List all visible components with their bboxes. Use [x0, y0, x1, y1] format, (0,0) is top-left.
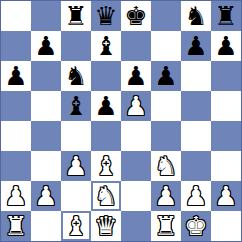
white-bishop-icon[interactable]: ♝ [64, 211, 87, 241]
square-h8[interactable]: ♜ [211, 1, 241, 31]
square-c7[interactable] [61, 31, 91, 61]
black-rook-icon[interactable]: ♜ [214, 1, 237, 31]
white-pawn-icon[interactable]: ♟ [214, 181, 237, 211]
black-bishop-icon[interactable]: ♝ [94, 31, 117, 61]
black-king-icon[interactable]: ♚ [124, 1, 147, 31]
square-a2[interactable]: ♟ [1, 181, 31, 211]
square-c1[interactable]: ♝ [61, 211, 91, 241]
square-d3[interactable]: ♝ [91, 151, 121, 181]
square-e2[interactable] [121, 181, 151, 211]
square-a8[interactable] [1, 1, 31, 31]
square-g5[interactable] [181, 91, 211, 121]
square-h4[interactable] [211, 121, 241, 151]
square-e3[interactable] [121, 151, 151, 181]
square-f6[interactable]: ♟ [151, 61, 181, 91]
black-queen-icon[interactable]: ♛ [94, 1, 117, 31]
square-d7[interactable]: ♝ [91, 31, 121, 61]
square-c4[interactable] [61, 121, 91, 151]
black-pawn-icon[interactable]: ♟ [94, 91, 117, 121]
square-a4[interactable] [1, 121, 31, 151]
square-d2[interactable]: ♞ [91, 181, 121, 211]
white-bishop-icon[interactable]: ♝ [94, 151, 117, 181]
square-g4[interactable] [181, 121, 211, 151]
white-knight-icon[interactable]: ♞ [154, 151, 177, 181]
square-h7[interactable]: ♟ [211, 31, 241, 61]
square-h6[interactable] [211, 61, 241, 91]
white-pawn-icon[interactable]: ♟ [64, 151, 87, 181]
square-a7[interactable] [1, 31, 31, 61]
square-b5[interactable] [31, 91, 61, 121]
black-pawn-icon[interactable]: ♟ [4, 61, 27, 91]
square-c5[interactable]: ♝ [61, 91, 91, 121]
square-g8[interactable]: ♞ [181, 1, 211, 31]
square-c8[interactable]: ♜ [61, 1, 91, 31]
square-h5[interactable] [211, 91, 241, 121]
square-c2[interactable] [61, 181, 91, 211]
square-f5[interactable] [151, 91, 181, 121]
white-rook-icon[interactable]: ♜ [154, 211, 177, 241]
square-f1[interactable]: ♜ [151, 211, 181, 241]
square-f3[interactable]: ♞ [151, 151, 181, 181]
square-g7[interactable]: ♟ [181, 31, 211, 61]
black-knight-icon[interactable]: ♞ [64, 61, 87, 91]
black-pawn-icon[interactable]: ♟ [184, 31, 207, 61]
black-pawn-icon[interactable]: ♟ [214, 31, 237, 61]
square-b8[interactable] [31, 1, 61, 31]
black-pawn-icon[interactable]: ♟ [34, 31, 57, 61]
white-king-icon[interactable]: ♚ [184, 211, 207, 241]
square-b2[interactable]: ♟ [31, 181, 61, 211]
square-c6[interactable]: ♞ [61, 61, 91, 91]
white-pawn-icon[interactable]: ♟ [34, 181, 57, 211]
square-f4[interactable] [151, 121, 181, 151]
chess-board: ♜♛♚♞♜♟♝♟♟♟♞♟♟♝♟♟♟♝♞♟♟♞♟♟♟♜♝♛♜♚ [0, 0, 242, 242]
square-a1[interactable]: ♜ [1, 211, 31, 241]
square-d4[interactable] [91, 121, 121, 151]
white-pawn-icon[interactable]: ♟ [124, 91, 147, 121]
square-b3[interactable] [31, 151, 61, 181]
square-f7[interactable] [151, 31, 181, 61]
square-h1[interactable] [211, 211, 241, 241]
white-rook-icon[interactable]: ♜ [4, 211, 27, 241]
square-d1[interactable]: ♛ [91, 211, 121, 241]
square-a3[interactable] [1, 151, 31, 181]
white-pawn-icon[interactable]: ♟ [4, 181, 27, 211]
black-bishop-icon[interactable]: ♝ [64, 91, 87, 121]
square-e1[interactable] [121, 211, 151, 241]
square-b4[interactable] [31, 121, 61, 151]
square-e4[interactable] [121, 121, 151, 151]
square-d6[interactable] [91, 61, 121, 91]
square-b7[interactable]: ♟ [31, 31, 61, 61]
square-e5[interactable]: ♟ [121, 91, 151, 121]
square-f8[interactable] [151, 1, 181, 31]
black-rook-icon[interactable]: ♜ [64, 1, 87, 31]
white-queen-icon[interactable]: ♛ [94, 211, 117, 241]
square-e8[interactable]: ♚ [121, 1, 151, 31]
square-g6[interactable] [181, 61, 211, 91]
square-c3[interactable]: ♟ [61, 151, 91, 181]
black-pawn-icon[interactable]: ♟ [124, 61, 147, 91]
square-a6[interactable]: ♟ [1, 61, 31, 91]
square-g2[interactable]: ♟ [181, 181, 211, 211]
square-f2[interactable]: ♟ [151, 181, 181, 211]
square-b6[interactable] [31, 61, 61, 91]
white-knight-icon[interactable]: ♞ [94, 181, 117, 211]
square-e7[interactable] [121, 31, 151, 61]
square-h3[interactable] [211, 151, 241, 181]
square-g1[interactable]: ♚ [181, 211, 211, 241]
square-d5[interactable]: ♟ [91, 91, 121, 121]
black-knight-icon[interactable]: ♞ [184, 1, 207, 31]
black-pawn-icon[interactable]: ♟ [154, 61, 177, 91]
square-g3[interactable] [181, 151, 211, 181]
square-e6[interactable]: ♟ [121, 61, 151, 91]
square-a5[interactable] [1, 91, 31, 121]
square-d8[interactable]: ♛ [91, 1, 121, 31]
square-b1[interactable] [31, 211, 61, 241]
square-h2[interactable]: ♟ [211, 181, 241, 211]
white-pawn-icon[interactable]: ♟ [154, 181, 177, 211]
white-pawn-icon[interactable]: ♟ [184, 181, 207, 211]
